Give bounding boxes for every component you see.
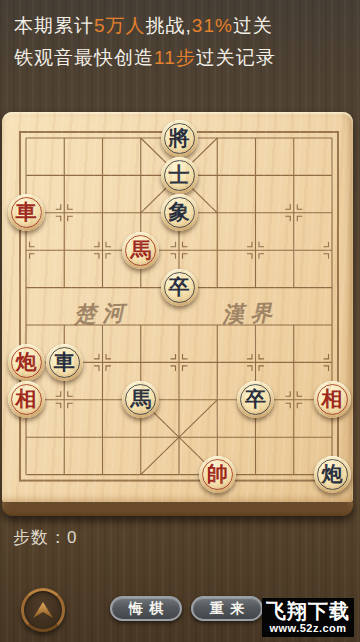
- banner-line-1: 本期累计5万人挑战,31%过关: [14, 10, 276, 42]
- piece-red-elephant[interactable]: 相: [8, 381, 45, 418]
- piece-glyph: 卒: [245, 388, 266, 409]
- xiangqi-board[interactable]: 楚河 漢界 將士象車馬卒炮車相馬卒相帥炮: [2, 112, 353, 502]
- chevron-up-icon: [31, 601, 55, 620]
- piece-red-chariot[interactable]: 車: [8, 194, 45, 231]
- banner-line-2: 铁观音最快创造11步过关记录: [14, 42, 276, 74]
- app-screen: 本期累计5万人挑战,31%过关 铁观音最快创造11步过关记录 楚河 漢界 將士象…: [0, 0, 360, 642]
- piece-black-soldier[interactable]: 卒: [161, 269, 198, 306]
- banner-segment: 本期累计: [14, 15, 94, 36]
- board-rim: [2, 500, 353, 516]
- step-counter-value: 0: [67, 528, 77, 547]
- piece-black-advisor[interactable]: 士: [161, 157, 198, 194]
- challenge-banner: 本期累计5万人挑战,31%过关 铁观音最快创造11步过关记录: [14, 10, 276, 74]
- river-label-chu: 楚河: [73, 298, 130, 330]
- watermark-title: 飞翔下载: [266, 600, 350, 622]
- piece-red-general[interactable]: 帥: [199, 456, 236, 493]
- piece-black-chariot[interactable]: 車: [46, 344, 83, 381]
- piece-black-general[interactable]: 將: [161, 120, 198, 157]
- piece-glyph: 帥: [207, 463, 228, 484]
- expand-button[interactable]: [21, 588, 65, 632]
- piece-glyph: 象: [169, 201, 190, 222]
- piece-glyph: 炮: [322, 463, 343, 484]
- step-counter: 步数：0: [13, 526, 77, 549]
- banner-segment: 11步: [154, 47, 196, 68]
- piece-glyph: 車: [16, 201, 37, 222]
- piece-red-cannon[interactable]: 炮: [8, 344, 45, 381]
- piece-glyph: 相: [16, 388, 37, 409]
- watermark: 飞翔下载 www.52z.com: [262, 598, 354, 637]
- piece-glyph: 炮: [16, 351, 37, 372]
- river-label-han: 漢界: [221, 298, 278, 330]
- watermark-url: www.52z.com: [266, 622, 350, 635]
- piece-black-cannon[interactable]: 炮: [314, 456, 351, 493]
- banner-segment: 挑战,: [146, 15, 192, 36]
- piece-glyph: 馬: [130, 239, 151, 260]
- piece-red-elephant-2[interactable]: 相: [314, 381, 351, 418]
- piece-glyph: 馬: [130, 388, 151, 409]
- piece-red-horse[interactable]: 馬: [122, 232, 159, 269]
- piece-glyph: 士: [169, 164, 190, 185]
- piece-glyph: 相: [322, 388, 343, 409]
- piece-glyph: 車: [54, 351, 75, 372]
- piece-glyph: 卒: [169, 276, 190, 297]
- banner-segment: 铁观音最快创造: [14, 47, 154, 68]
- banner-segment: 过关: [233, 15, 273, 36]
- restart-button[interactable]: 重来: [191, 596, 263, 621]
- piece-black-elephant[interactable]: 象: [161, 194, 198, 231]
- undo-button[interactable]: 悔棋: [110, 596, 182, 621]
- banner-segment: 过关记录: [196, 47, 276, 68]
- step-counter-label: 步数：: [13, 528, 67, 547]
- banner-segment: 5万人: [94, 15, 146, 36]
- piece-glyph: 將: [169, 127, 190, 148]
- banner-segment: 31%: [192, 15, 233, 36]
